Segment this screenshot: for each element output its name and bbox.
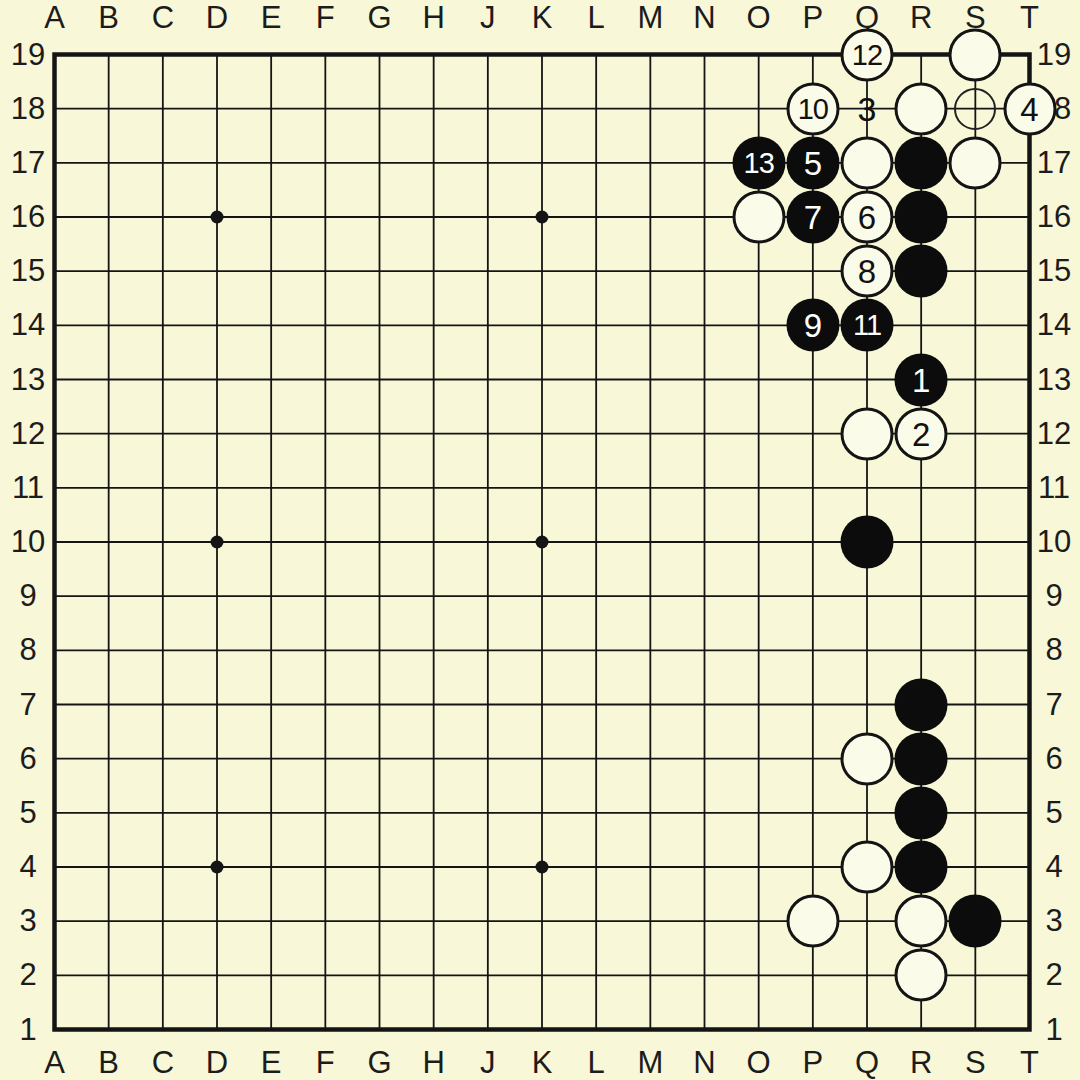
stone-black-R6 [895, 732, 948, 785]
coordinate-label-right-11: 11 [1038, 470, 1070, 506]
stone-white-R2 [895, 949, 948, 1002]
coordinate-label-top-T: T [1020, 0, 1039, 36]
coordinate-label-bottom-O: O [747, 1045, 771, 1080]
stone-black-S3 [949, 895, 1002, 948]
coordinate-label-top-A: A [44, 0, 65, 36]
coordinate-label-left-2: 2 [19, 957, 36, 993]
stone-black-P16: 7 [786, 191, 839, 244]
stone-white-S17 [949, 136, 1002, 189]
coordinate-label-bottom-T: T [1020, 1045, 1039, 1080]
coordinate-label-right-8: 8 [1045, 632, 1062, 668]
coordinate-label-left-15: 15 [11, 253, 45, 289]
stone-black-R4 [895, 841, 948, 894]
star-point-K16 [536, 211, 549, 224]
coordinate-label-bottom-K: K [532, 1045, 553, 1080]
coordinate-label-right-1: 1 [1045, 1012, 1062, 1048]
move-number-label: 11 [853, 311, 881, 340]
coordinate-label-top-K: K [532, 0, 553, 36]
move-number-label: 4 [1020, 92, 1038, 125]
stone-white-R12: 2 [895, 407, 948, 460]
move-number-label: 2 [912, 417, 930, 450]
coordinate-label-bottom-R: R [910, 1045, 932, 1080]
go-diagram-page: { "game": "go", "board": { "size": 19, "… [0, 0, 1080, 1080]
coordinate-label-right-4: 4 [1045, 849, 1062, 885]
coordinate-label-left-3: 3 [19, 903, 36, 939]
coordinate-label-left-7: 7 [19, 687, 36, 723]
move-number-label: 9 [804, 309, 822, 342]
coordinate-label-bottom-N: N [693, 1045, 715, 1080]
coordinate-label-left-16: 16 [11, 199, 45, 235]
stone-black-O17: 13 [732, 136, 785, 189]
coordinate-label-right-3: 3 [1045, 903, 1062, 939]
coordinate-label-bottom-H: H [422, 1045, 444, 1080]
coordinate-label-top-E: E [261, 0, 282, 36]
coordinate-label-left-9: 9 [19, 578, 36, 614]
move-number-label: 5 [804, 146, 822, 179]
coordinate-label-top-B: B [98, 0, 119, 36]
move-number-label: 6 [858, 201, 876, 234]
coordinate-label-left-11: 11 [12, 470, 44, 506]
stone-black-Q14: 11 [841, 299, 894, 352]
coordinate-label-top-N: N [693, 0, 715, 36]
coordinate-label-bottom-J: J [480, 1045, 496, 1080]
star-point-D16 [211, 211, 224, 224]
coordinate-label-bottom-S: S [965, 1045, 986, 1080]
coordinate-label-right-14: 14 [1037, 307, 1071, 343]
coordinate-label-top-J: J [480, 0, 496, 36]
coordinate-label-left-10: 10 [11, 524, 45, 560]
coordinate-label-left-14: 14 [11, 307, 45, 343]
coordinate-label-left-18: 18 [11, 91, 45, 127]
coordinate-label-bottom-A: A [44, 1045, 65, 1080]
coordinate-label-top-F: F [316, 0, 335, 36]
coordinate-label-right-10: 10 [1037, 524, 1071, 560]
star-point-K10 [536, 536, 549, 549]
coordinate-label-left-19: 19 [11, 37, 45, 73]
coordinate-label-right-13: 13 [1037, 362, 1071, 398]
captured-move-number-Q18: 3 [858, 92, 877, 126]
coordinate-label-right-5: 5 [1045, 795, 1062, 831]
stone-black-R5 [895, 786, 948, 839]
coordinate-label-right-19: 19 [1037, 37, 1071, 73]
coordinate-label-right-7: 7 [1045, 687, 1062, 723]
star-point-K4 [536, 861, 549, 874]
coordinate-label-right-6: 6 [1045, 741, 1062, 777]
coordinate-label-left-17: 17 [11, 145, 45, 181]
coordinate-label-left-6: 6 [19, 741, 36, 777]
coordinate-label-bottom-L: L [588, 1045, 605, 1080]
stone-white-P3 [786, 895, 839, 948]
stone-black-P14: 9 [786, 299, 839, 352]
coordinate-label-top-G: G [367, 0, 391, 36]
coordinate-label-bottom-F: F [316, 1045, 335, 1080]
stone-white-R3 [895, 895, 948, 948]
coordinate-label-top-R: R [910, 0, 932, 36]
stone-black-R13: 1 [895, 353, 948, 406]
stone-white-Q12 [841, 407, 894, 460]
coordinate-label-right-2: 2 [1045, 957, 1062, 993]
coordinate-label-top-P: P [802, 0, 823, 36]
coordinate-label-bottom-D: D [206, 1045, 228, 1080]
empty-circle-marker-S18 [954, 88, 996, 130]
stone-white-Q16: 6 [841, 191, 894, 244]
stone-white-O16 [732, 191, 785, 244]
coordinate-label-bottom-E: E [261, 1045, 282, 1080]
coordinate-label-right-15: 15 [1037, 253, 1071, 289]
coordinate-label-right-16: 16 [1037, 199, 1071, 235]
coordinate-label-bottom-C: C [152, 1045, 174, 1080]
move-number-label: 13 [744, 148, 774, 177]
stone-white-Q6 [841, 732, 894, 785]
stone-white-Q19: 12 [841, 28, 894, 81]
coordinate-label-right-17: 17 [1037, 145, 1071, 181]
go-board: ABCDEFGHJKLMNOPQRST ABCDEFGHJKLMNOPQRST … [0, 0, 1080, 1080]
coordinate-label-bottom-Q: Q [855, 1045, 879, 1080]
coordinate-label-left-8: 8 [19, 632, 36, 668]
coordinate-label-right-9: 9 [1045, 578, 1062, 614]
coordinate-label-left-13: 13 [11, 362, 45, 398]
move-number-label: 8 [858, 255, 876, 288]
stone-white-Q17 [841, 136, 894, 189]
stone-black-R17 [895, 136, 948, 189]
stone-white-T18: 4 [1003, 82, 1056, 135]
stone-white-P18: 10 [786, 82, 839, 135]
move-number-label: 7 [804, 201, 822, 234]
move-number-label: 1 [912, 363, 930, 396]
stone-black-P17: 5 [786, 136, 839, 189]
move-number-label: 12 [852, 40, 882, 69]
stone-white-Q4 [841, 841, 894, 894]
coordinate-label-top-H: H [422, 0, 444, 36]
star-point-D4 [211, 861, 224, 874]
stone-black-Q10 [841, 516, 894, 569]
coordinate-label-left-5: 5 [19, 795, 36, 831]
coordinate-label-top-L: L [588, 0, 605, 36]
coordinate-label-left-4: 4 [19, 849, 36, 885]
coordinate-label-left-1: 1 [19, 1012, 36, 1048]
coordinate-label-top-C: C [152, 0, 174, 36]
coordinate-label-bottom-M: M [637, 1045, 663, 1080]
coordinate-label-right-12: 12 [1037, 416, 1071, 452]
coordinate-label-top-D: D [206, 0, 228, 36]
move-number-label: 10 [798, 94, 828, 123]
stone-black-R16 [895, 191, 948, 244]
stone-black-R7 [895, 678, 948, 731]
stone-white-Q15: 8 [841, 245, 894, 298]
stone-black-R15 [895, 245, 948, 298]
star-point-D10 [211, 536, 224, 549]
coordinate-label-bottom-G: G [367, 1045, 391, 1080]
coordinate-label-bottom-B: B [98, 1045, 119, 1080]
coordinate-label-top-M: M [637, 0, 663, 36]
coordinate-label-top-O: O [747, 0, 771, 36]
coordinate-label-left-12: 12 [11, 416, 45, 452]
coordinate-label-bottom-P: P [802, 1045, 823, 1080]
stone-white-R18 [895, 82, 948, 135]
stone-white-S19 [949, 28, 1002, 81]
